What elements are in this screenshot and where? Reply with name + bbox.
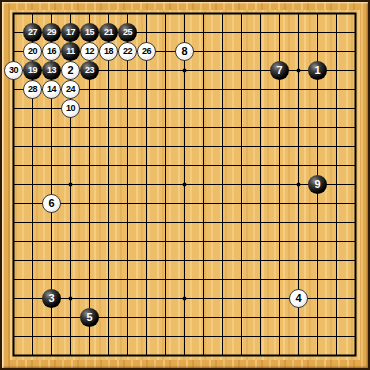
stone-9: 9 (308, 175, 327, 194)
stones-layer: 1234567891011121314151617181920212223242… (4, 4, 365, 365)
stone-21: 21 (99, 23, 118, 42)
stone-number: 15 (85, 28, 94, 37)
stone-number: 12 (85, 47, 94, 56)
stone-24: 24 (61, 80, 80, 99)
stone-18: 18 (99, 42, 118, 61)
stone-29: 29 (42, 23, 61, 42)
stone-22: 22 (118, 42, 137, 61)
stone-8: 8 (175, 42, 194, 61)
stone-number: 13 (47, 66, 56, 75)
stone-20: 20 (23, 42, 42, 61)
stone-13: 13 (42, 61, 61, 80)
playfield[interactable]: 1234567891011121314151617181920212223242… (10, 10, 360, 360)
stone-number: 2 (67, 65, 73, 76)
stone-11: 11 (61, 42, 80, 61)
stone-number: 1 (314, 65, 320, 76)
stone-number: 22 (123, 47, 132, 56)
stone-7: 7 (270, 61, 289, 80)
stone-number: 29 (47, 28, 56, 37)
go-board[interactable]: 1234567891011121314151617181920212223242… (0, 0, 370, 370)
stone-number: 10 (66, 104, 75, 113)
stone-number: 8 (181, 46, 187, 57)
stone-19: 19 (23, 61, 42, 80)
stone-25: 25 (118, 23, 137, 42)
stone-16: 16 (42, 42, 61, 61)
stone-17: 17 (61, 23, 80, 42)
stone-3: 3 (42, 289, 61, 308)
stone-28: 28 (23, 80, 42, 99)
stone-number: 6 (48, 198, 54, 209)
stone-2: 2 (61, 61, 80, 80)
stone-5: 5 (80, 308, 99, 327)
stone-number: 21 (104, 28, 113, 37)
stone-number: 26 (142, 47, 151, 56)
stone-6: 6 (42, 194, 61, 213)
stone-23: 23 (80, 61, 99, 80)
stone-number: 16 (47, 47, 56, 56)
stone-number: 11 (66, 47, 75, 56)
stone-4: 4 (289, 289, 308, 308)
stone-number: 24 (66, 85, 75, 94)
stone-number: 7 (276, 65, 282, 76)
stone-number: 25 (123, 28, 132, 37)
stone-number: 28 (28, 85, 37, 94)
stone-number: 23 (85, 66, 94, 75)
stone-14: 14 (42, 80, 61, 99)
stone-number: 19 (28, 66, 37, 75)
stone-number: 20 (28, 47, 37, 56)
stone-number: 3 (48, 293, 54, 304)
stone-number: 17 (66, 28, 75, 37)
stone-number: 4 (295, 293, 301, 304)
stone-1: 1 (308, 61, 327, 80)
stone-number: 18 (104, 47, 113, 56)
stone-27: 27 (23, 23, 42, 42)
stone-15: 15 (80, 23, 99, 42)
stone-10: 10 (61, 99, 80, 118)
stone-number: 14 (47, 85, 56, 94)
stone-number: 27 (28, 28, 37, 37)
stone-number: 5 (86, 312, 92, 323)
stone-number: 9 (314, 179, 320, 190)
stone-30: 30 (4, 61, 23, 80)
stone-number: 30 (9, 66, 18, 75)
stone-12: 12 (80, 42, 99, 61)
stone-26: 26 (137, 42, 156, 61)
